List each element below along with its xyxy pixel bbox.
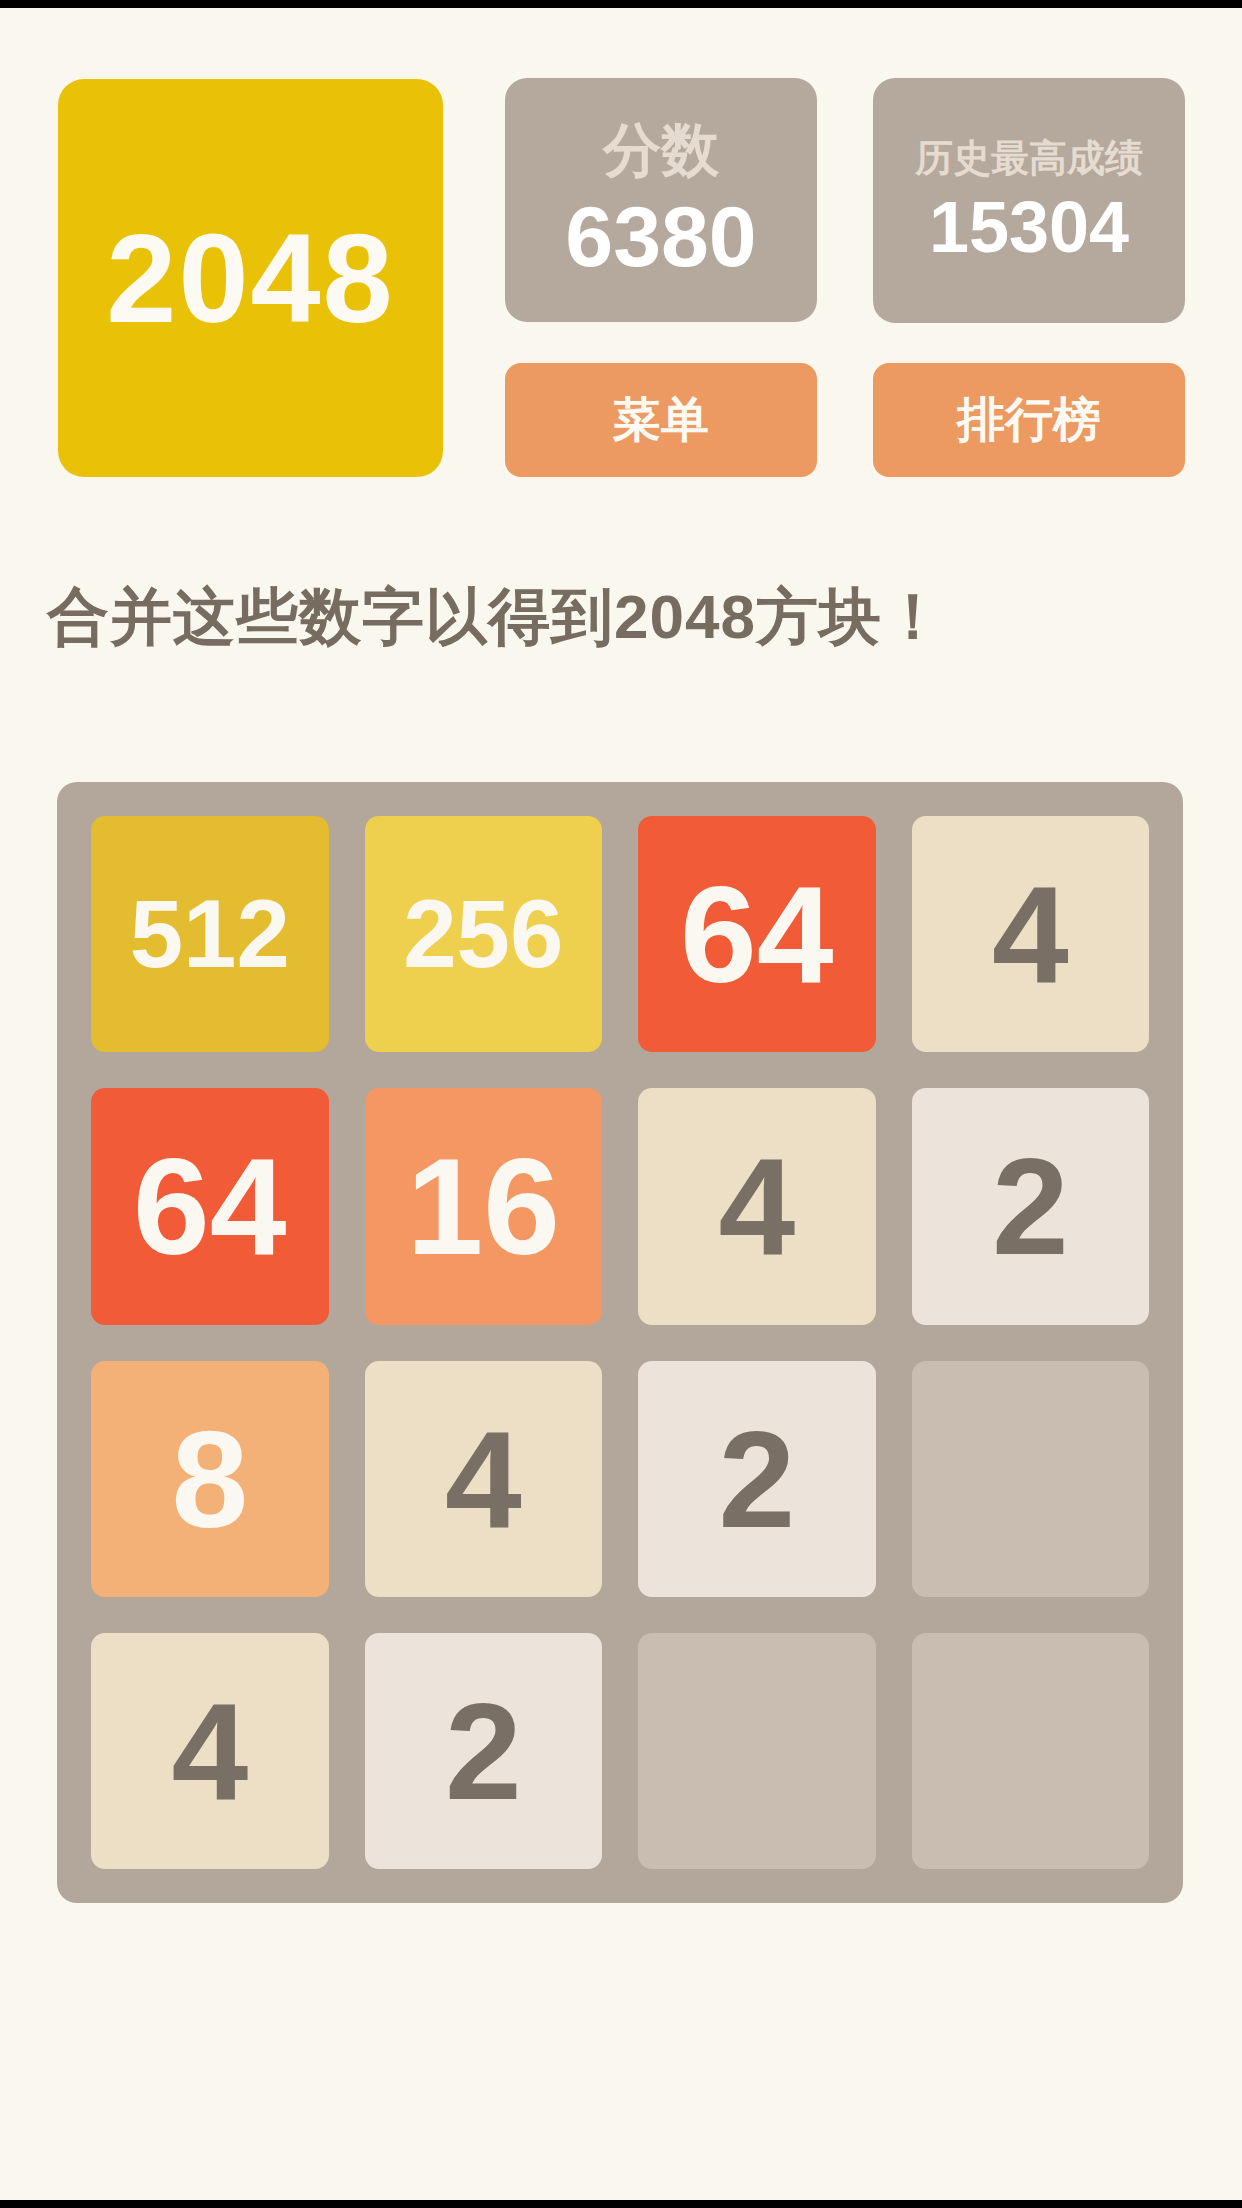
score-label: 分数 xyxy=(603,121,719,179)
best-score-value: 15304 xyxy=(929,191,1129,263)
tile-256-r1c2: 256 xyxy=(365,816,603,1052)
menu-button[interactable]: 菜单 xyxy=(505,363,817,477)
leaderboard-button[interactable]: 排行榜 xyxy=(873,363,1185,477)
leaderboard-button-label: 排行榜 xyxy=(957,388,1101,452)
best-score-box: 历史最高成绩 15304 xyxy=(873,78,1185,323)
board-grid[interactable]: 51225664464164284242 xyxy=(57,782,1183,1903)
tile-16-r2c2: 16 xyxy=(365,1088,603,1324)
goal-subtitle: 合并这些数字以得到2048方块！ xyxy=(47,578,1197,656)
logo-text: 2048 xyxy=(106,206,394,351)
empty-cell-r4c3 xyxy=(638,1633,876,1869)
tile-2-r2c4: 2 xyxy=(912,1088,1150,1324)
tile-2-r3c3: 2 xyxy=(638,1361,876,1597)
tile-64-r2c1: 64 xyxy=(91,1088,329,1324)
tile-4-r4c1: 4 xyxy=(91,1633,329,1869)
score-value: 6380 xyxy=(565,193,756,279)
tile-4-r1c4: 4 xyxy=(912,816,1150,1052)
tile-2-r4c2: 2 xyxy=(365,1633,603,1869)
tile-512-r1c1: 512 xyxy=(91,816,329,1052)
tile-4-r3c2: 4 xyxy=(365,1361,603,1597)
empty-cell-r3c4 xyxy=(912,1361,1150,1597)
score-box: 分数 6380 xyxy=(505,78,817,322)
empty-cell-r4c4 xyxy=(912,1633,1150,1869)
bottom-system-bar xyxy=(0,2200,1242,2208)
menu-button-label: 菜单 xyxy=(613,388,709,452)
tile-64-r1c3: 64 xyxy=(638,816,876,1052)
logo-tile-2048: 2048 xyxy=(58,79,443,477)
tile-8-r3c1: 8 xyxy=(91,1361,329,1597)
top-system-bar xyxy=(0,0,1242,8)
best-score-label: 历史最高成绩 xyxy=(915,139,1143,177)
tile-4-r2c3: 4 xyxy=(638,1088,876,1324)
app-screen: 2048 分数 6380 历史最高成绩 15304 菜单 排行榜 合并这些数字以… xyxy=(0,0,1242,2208)
